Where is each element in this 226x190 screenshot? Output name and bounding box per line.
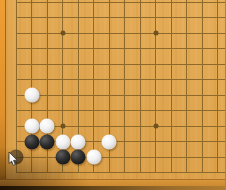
grid-line-horizontal [16, 172, 226, 173]
white-stone [55, 134, 70, 149]
hoshi-star-point [153, 124, 158, 129]
grid-line-vertical [93, 0, 94, 173]
hoshi-star-point [60, 124, 65, 129]
hoshi-star-point [60, 31, 65, 36]
black-stone [24, 134, 39, 149]
grid-line-vertical [171, 0, 172, 173]
black-stone [40, 134, 55, 149]
white-stone [86, 150, 101, 165]
grid-line-vertical [16, 0, 17, 173]
board-left-rim [0, 0, 6, 190]
grid-line-horizontal [16, 17, 226, 18]
white-stone [71, 134, 86, 149]
grid-line-horizontal [16, 95, 226, 96]
white-stone [24, 88, 39, 103]
grid-line-horizontal [16, 33, 226, 34]
board-edge-shadow [0, 186, 225, 190]
hoshi-star-point [153, 31, 158, 36]
grid-line-horizontal [16, 157, 226, 158]
grid-line-horizontal [16, 110, 226, 111]
grid-line-vertical [155, 0, 156, 173]
grid-line-horizontal [16, 64, 226, 65]
grid-line-vertical [186, 0, 187, 173]
grid-line-vertical [202, 0, 203, 173]
black-stone [55, 150, 70, 165]
grid-line-vertical [217, 0, 218, 173]
grid-line-horizontal [16, 79, 226, 80]
goban[interactable] [0, 0, 225, 190]
grid-line-horizontal [16, 2, 226, 3]
white-stone [24, 119, 39, 134]
white-stone [40, 119, 55, 134]
grid-line-vertical [140, 0, 141, 173]
white-stone [102, 134, 117, 149]
grid-line-horizontal [16, 48, 226, 49]
ghost-stone-pending-move[interactable] [9, 150, 24, 165]
grid-line-vertical [124, 0, 125, 173]
black-stone [71, 150, 86, 165]
